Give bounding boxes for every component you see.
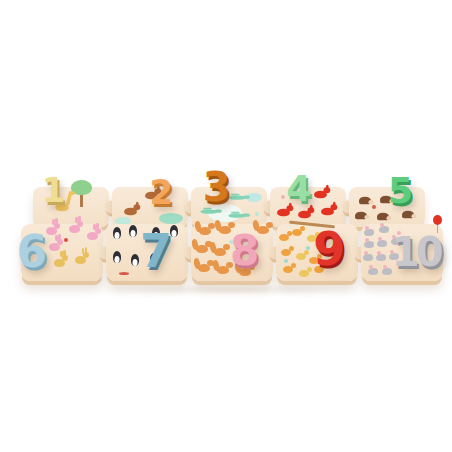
bird-illustration	[292, 229, 302, 236]
dot-illustration	[119, 272, 129, 275]
number-block-8[interactable]: 8	[230, 230, 258, 272]
puzzle-board-10[interactable]: 10	[361, 224, 443, 281]
puzzle-row-front: 678910	[21, 224, 443, 281]
penguin-illustration	[113, 251, 121, 263]
puzzle-board-4[interactable]: 4	[270, 187, 346, 227]
squirrel-illustration	[214, 248, 226, 256]
puzzle-board-2[interactable]: 2	[112, 187, 188, 227]
penguin-illustration	[129, 225, 137, 237]
tree-illustration	[80, 193, 83, 207]
squirrel-illustration	[196, 245, 208, 253]
mouse-illustration	[363, 254, 373, 261]
mouse-illustration	[364, 229, 374, 236]
dot-illustration	[64, 238, 68, 242]
mouse-illustration	[368, 268, 378, 275]
rabbit-illustration	[49, 243, 60, 251]
mouse-illustration	[376, 254, 386, 261]
squirrel-illustration	[217, 266, 229, 274]
number-block-4[interactable]: 4	[286, 171, 310, 207]
fox-illustration	[321, 208, 334, 216]
number-block-9[interactable]: 9	[313, 226, 344, 272]
puzzle-board-6[interactable]: 6	[21, 224, 103, 281]
mouse-illustration	[377, 240, 387, 247]
bear-illustration	[124, 208, 137, 216]
number-block-5[interactable]: 5	[388, 173, 412, 209]
product-photo-scene: 12345 678910	[0, 0, 452, 452]
fox-illustration	[298, 211, 311, 219]
squirrel-illustration	[199, 227, 211, 235]
dot-illustration	[255, 212, 259, 216]
hedgehog-illustration	[359, 196, 371, 204]
squirrel-illustration	[198, 264, 210, 272]
fox-illustration	[277, 208, 290, 216]
rabbit-illustration	[87, 232, 98, 240]
mouse-illustration	[364, 241, 374, 248]
puzzle-board-5[interactable]: 5	[349, 187, 425, 227]
number-block-3[interactable]: 3	[203, 167, 230, 207]
puzzle-board-8[interactable]: 8	[191, 224, 273, 281]
number-block-10[interactable]: 10	[392, 232, 440, 272]
number-block-7[interactable]: 7	[140, 228, 171, 274]
bird-illustration	[296, 253, 306, 260]
dot-illustration	[372, 205, 376, 209]
rabbit-illustration	[46, 227, 57, 235]
fox-illustration	[314, 191, 327, 199]
squirrel-illustration	[257, 226, 269, 234]
bird-illustration	[283, 266, 293, 273]
dot-illustration	[284, 259, 288, 263]
penguin-illustration	[113, 227, 121, 239]
puzzle-board-9[interactable]: 9	[276, 224, 358, 281]
ground-shadow	[20, 284, 436, 296]
penguin-illustration	[170, 225, 178, 237]
crocodile-illustration	[229, 213, 246, 217]
puzzle-board-1[interactable]: 1	[33, 187, 109, 227]
number-block-1[interactable]: 1	[42, 173, 65, 207]
crocodile-illustration	[229, 195, 246, 199]
bird-illustration	[281, 249, 291, 256]
number-block-6[interactable]: 6	[17, 230, 47, 274]
dot-illustration	[281, 195, 285, 199]
puzzle-row-back: 12345	[33, 187, 425, 227]
bird-illustration	[279, 234, 289, 241]
bird-illustration	[299, 270, 309, 277]
penguin-illustration	[131, 254, 139, 266]
mouse-illustration	[379, 226, 389, 233]
rabbit-illustration	[75, 256, 86, 264]
balloon-illustration	[433, 215, 442, 225]
hedgehog-illustration	[377, 212, 389, 220]
puzzle-board-7[interactable]: 7	[106, 224, 188, 281]
rabbit-illustration	[69, 225, 80, 233]
patch-illustration	[159, 213, 183, 224]
hedgehog-illustration	[402, 211, 414, 219]
rabbit-illustration	[54, 259, 65, 267]
number-block-2[interactable]: 2	[150, 175, 173, 209]
hedgehog-illustration	[355, 212, 367, 220]
